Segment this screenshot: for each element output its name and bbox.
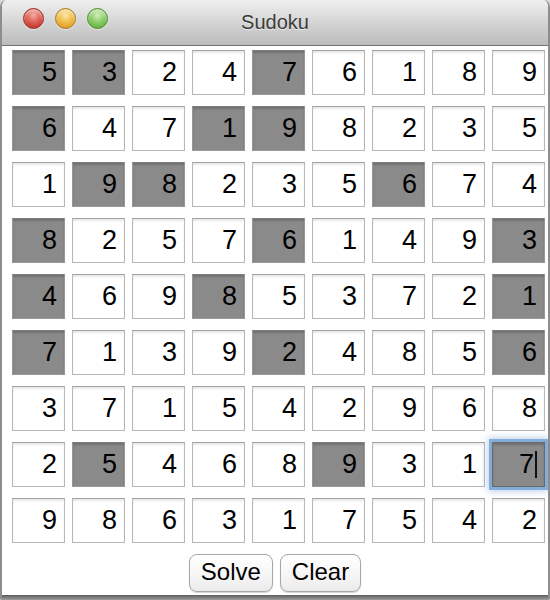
cell-digit: 3: [342, 281, 357, 312]
sudoku-cell-r5c1[interactable]: 4: [12, 274, 65, 319]
sudoku-cell-r4c6[interactable]: 1: [312, 218, 365, 263]
cell-digit: 6: [162, 505, 177, 536]
sudoku-cell-r3c6[interactable]: 5: [312, 162, 365, 207]
titlebar[interactable]: Sudoku: [2, 0, 548, 46]
cell-digit: 7: [222, 225, 237, 256]
sudoku-cell-r9c2[interactable]: 8: [72, 498, 125, 543]
cell-digit: 3: [282, 169, 297, 200]
sudoku-cell-r1c8[interactable]: 8: [432, 50, 485, 95]
sudoku-cell-r2c1[interactable]: 6: [12, 106, 65, 151]
cell-digit: 6: [102, 281, 117, 312]
sudoku-cell-r6c1[interactable]: 7: [12, 330, 65, 375]
sudoku-cell-r2c6[interactable]: 8: [312, 106, 365, 151]
cell-digit: 3: [522, 225, 537, 256]
close-button[interactable]: [23, 8, 44, 29]
sudoku-cell-r4c5[interactable]: 6: [252, 218, 305, 263]
cell-digit: 3: [222, 505, 237, 536]
cell-digit: 5: [102, 449, 117, 480]
cell-digit: 9: [462, 225, 477, 256]
cell-digit: 8: [102, 505, 117, 536]
sudoku-cell-r7c5[interactable]: 4: [252, 386, 305, 431]
cell-digit: 8: [342, 113, 357, 144]
sudoku-cell-r9c4[interactable]: 3: [192, 498, 245, 543]
sudoku-cell-r5c2[interactable]: 6: [72, 274, 125, 319]
cell-digit: 1: [462, 449, 477, 480]
sudoku-cell-r2c8[interactable]: 3: [432, 106, 485, 151]
cell-digit: 7: [342, 505, 357, 536]
cell-digit: 3: [162, 337, 177, 368]
sudoku-cell-r2c5[interactable]: 9: [252, 106, 305, 151]
cell-digit: 6: [402, 169, 417, 200]
sudoku-cell-r4c8[interactable]: 9: [432, 218, 485, 263]
cell-digit: 6: [342, 57, 357, 88]
sudoku-cell-r8c7[interactable]: 3: [372, 442, 425, 487]
sudoku-cell-r1c3[interactable]: 2: [132, 50, 185, 95]
sudoku-cell-r1c5[interactable]: 7: [252, 50, 305, 95]
sudoku-cell-r5c9[interactable]: 1: [492, 274, 545, 319]
cell-digit: 8: [222, 281, 237, 312]
sudoku-cell-r8c6[interactable]: 9: [312, 442, 365, 487]
cell-digit: 4: [42, 281, 57, 312]
cell-digit: 2: [162, 57, 177, 88]
sudoku-cell-r7c4[interactable]: 5: [192, 386, 245, 431]
sudoku-cell-r3c3[interactable]: 8: [132, 162, 185, 207]
sudoku-cell-r5c6[interactable]: 3: [312, 274, 365, 319]
sudoku-cell-r6c3[interactable]: 3: [132, 330, 185, 375]
sudoku-cell-r3c5[interactable]: 3: [252, 162, 305, 207]
cell-digit: 2: [342, 393, 357, 424]
cell-digit: 3: [42, 393, 57, 424]
minimize-button[interactable]: [55, 8, 76, 29]
cell-digit: 9: [282, 113, 297, 144]
content-area: 5324761896471982351982356748257614934698…: [2, 46, 548, 592]
sudoku-cell-r8c4[interactable]: 6: [192, 442, 245, 487]
cell-digit: 2: [42, 449, 57, 480]
zoom-button[interactable]: [87, 8, 108, 29]
sudoku-grid: 5324761896471982351982356748257614934698…: [2, 46, 548, 543]
sudoku-cell-r6c2[interactable]: 1: [72, 330, 125, 375]
cell-digit: 4: [162, 449, 177, 480]
sudoku-cell-r7c1[interactable]: 3: [12, 386, 65, 431]
cell-digit: 2: [102, 225, 117, 256]
sudoku-cell-r3c4[interactable]: 2: [192, 162, 245, 207]
sudoku-cell-r9c5[interactable]: 1: [252, 498, 305, 543]
cell-digit: 7: [42, 337, 57, 368]
sudoku-cell-r9c1[interactable]: 9: [12, 498, 65, 543]
cell-digit: 7: [519, 449, 534, 480]
sudoku-cell-r1c9[interactable]: 9: [492, 50, 545, 95]
cell-digit: 1: [522, 281, 537, 312]
cell-digit: 5: [402, 505, 417, 536]
cell-digit: 4: [342, 337, 357, 368]
sudoku-cell-r4c9[interactable]: 3: [492, 218, 545, 263]
sudoku-cell-r6c7[interactable]: 8: [372, 330, 425, 375]
sudoku-cell-r5c3[interactable]: 9: [132, 274, 185, 319]
sudoku-cell-r3c1[interactable]: 1: [12, 162, 65, 207]
cell-digit: 2: [522, 505, 537, 536]
cell-digit: 8: [42, 225, 57, 256]
cell-digit: 2: [282, 337, 297, 368]
cell-digit: 7: [282, 57, 297, 88]
sudoku-cell-r6c6[interactable]: 4: [312, 330, 365, 375]
cell-digit: 9: [42, 505, 57, 536]
sudoku-cell-r6c8[interactable]: 5: [432, 330, 485, 375]
traffic-lights: [23, 8, 108, 29]
sudoku-cell-r9c8[interactable]: 4: [432, 498, 485, 543]
sudoku-cell-r6c4[interactable]: 9: [192, 330, 245, 375]
sudoku-cell-r8c9[interactable]: 7: [492, 442, 545, 487]
sudoku-cell-r9c3[interactable]: 6: [132, 498, 185, 543]
cell-digit: 8: [522, 393, 537, 424]
cell-digit: 6: [222, 449, 237, 480]
cell-digit: 1: [42, 169, 57, 200]
cell-digit: 8: [162, 169, 177, 200]
cell-digit: 6: [462, 393, 477, 424]
cell-digit: 1: [342, 225, 357, 256]
sudoku-cell-r4c2[interactable]: 2: [72, 218, 125, 263]
sudoku-cell-r8c1[interactable]: 2: [12, 442, 65, 487]
sudoku-cell-r1c2[interactable]: 3: [72, 50, 125, 95]
sudoku-cell-r1c7[interactable]: 1: [372, 50, 425, 95]
sudoku-cell-r1c4[interactable]: 4: [192, 50, 245, 95]
cell-digit: 8: [462, 57, 477, 88]
sudoku-cell-r8c2[interactable]: 5: [72, 442, 125, 487]
sudoku-cell-r3c7[interactable]: 6: [372, 162, 425, 207]
cell-digit: 1: [402, 57, 417, 88]
sudoku-cell-r3c8[interactable]: 7: [432, 162, 485, 207]
sudoku-cell-r9c6[interactable]: 7: [312, 498, 365, 543]
sudoku-cell-r2c3[interactable]: 7: [132, 106, 185, 151]
cell-digit: 5: [342, 169, 357, 200]
sudoku-cell-r5c7[interactable]: 7: [372, 274, 425, 319]
cell-digit: 7: [162, 113, 177, 144]
cell-digit: 4: [522, 169, 537, 200]
cell-digit: 9: [402, 393, 417, 424]
sudoku-cell-r2c9[interactable]: 5: [492, 106, 545, 151]
sudoku-cell-r7c9[interactable]: 8: [492, 386, 545, 431]
sudoku-cell-r5c5[interactable]: 5: [252, 274, 305, 319]
sudoku-cell-r2c7[interactable]: 2: [372, 106, 425, 151]
cell-digit: 4: [282, 393, 297, 424]
sudoku-cell-r8c5[interactable]: 8: [252, 442, 305, 487]
sudoku-cell-r6c5[interactable]: 2: [252, 330, 305, 375]
sudoku-cell-r8c3[interactable]: 4: [132, 442, 185, 487]
cell-digit: 1: [282, 505, 297, 536]
text-caret: [535, 451, 537, 478]
cell-digit: 5: [462, 337, 477, 368]
sudoku-cell-r7c6[interactable]: 2: [312, 386, 365, 431]
cell-digit: 7: [102, 393, 117, 424]
cell-digit: 5: [42, 57, 57, 88]
cell-digit: 5: [522, 113, 537, 144]
sudoku-cell-r3c9[interactable]: 4: [492, 162, 545, 207]
cell-digit: 9: [162, 281, 177, 312]
sudoku-cell-r8c8[interactable]: 1: [432, 442, 485, 487]
sudoku-cell-r9c9[interactable]: 2: [492, 498, 545, 543]
sudoku-cell-r5c8[interactable]: 2: [432, 274, 485, 319]
cell-digit: 9: [102, 169, 117, 200]
sudoku-cell-r4c7[interactable]: 4: [372, 218, 425, 263]
cell-digit: 4: [102, 113, 117, 144]
cell-digit: 1: [162, 393, 177, 424]
cell-digit: 7: [462, 169, 477, 200]
sudoku-cell-r7c8[interactable]: 6: [432, 386, 485, 431]
sudoku-cell-r2c2[interactable]: 4: [72, 106, 125, 151]
cell-digit: 8: [282, 449, 297, 480]
clear-button[interactable]: Clear: [280, 554, 361, 592]
sudoku-cell-r7c2[interactable]: 7: [72, 386, 125, 431]
cell-digit: 3: [102, 57, 117, 88]
button-row: Solve Clear: [2, 554, 548, 592]
app-window: Sudoku 532476189647198235198235674825761…: [0, 0, 550, 600]
cell-digit: 9: [342, 449, 357, 480]
cell-digit: 2: [462, 281, 477, 312]
cell-digit: 5: [162, 225, 177, 256]
cell-digit: 2: [402, 113, 417, 144]
cell-digit: 3: [462, 113, 477, 144]
cell-digit: 9: [222, 337, 237, 368]
sudoku-cell-r1c6[interactable]: 6: [312, 50, 365, 95]
cell-digit: 4: [462, 505, 477, 536]
sudoku-cell-r9c7[interactable]: 5: [372, 498, 425, 543]
cell-digit: 6: [282, 225, 297, 256]
sudoku-cell-r1c1[interactable]: 5: [12, 50, 65, 95]
solve-button[interactable]: Solve: [189, 554, 273, 592]
sudoku-cell-r4c1[interactable]: 8: [12, 218, 65, 263]
cell-digit: 5: [282, 281, 297, 312]
sudoku-cell-r5c4[interactable]: 8: [192, 274, 245, 319]
sudoku-cell-r2c4[interactable]: 1: [192, 106, 245, 151]
cell-digit: 3: [402, 449, 417, 480]
cell-digit: 8: [402, 337, 417, 368]
sudoku-cell-r3c2[interactable]: 9: [72, 162, 125, 207]
cell-digit: 6: [522, 337, 537, 368]
cell-digit: 7: [402, 281, 417, 312]
cell-digit: 1: [102, 337, 117, 368]
sudoku-cell-r4c3[interactable]: 5: [132, 218, 185, 263]
cell-digit: 4: [402, 225, 417, 256]
sudoku-cell-r7c7[interactable]: 9: [372, 386, 425, 431]
sudoku-cell-r6c9[interactable]: 6: [492, 330, 545, 375]
window-bottom-edge: [2, 595, 548, 600]
cell-digit: 1: [222, 113, 237, 144]
cell-digit: 2: [222, 169, 237, 200]
cell-digit: 9: [522, 57, 537, 88]
cell-digit: 4: [222, 57, 237, 88]
cell-digit: 6: [42, 113, 57, 144]
sudoku-cell-r7c3[interactable]: 1: [132, 386, 185, 431]
sudoku-cell-r4c4[interactable]: 7: [192, 218, 245, 263]
cell-digit: 5: [222, 393, 237, 424]
